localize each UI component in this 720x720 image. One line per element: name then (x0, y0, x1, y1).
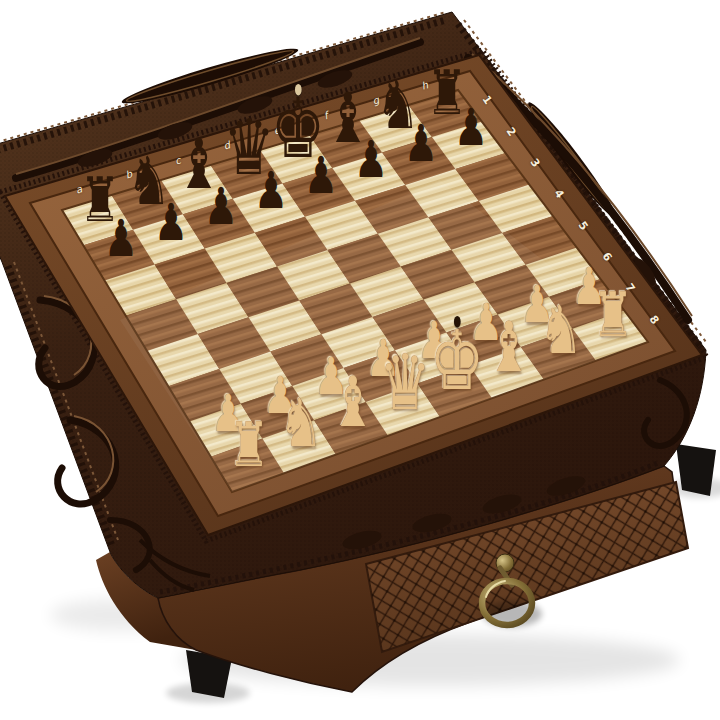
photo-canvas: abcdefgh12345678 ♜♞♝♛♚♝♞♜♟♟♟♟♟♟♟♟♟♟♟♟♟♟♟… (0, 0, 720, 720)
chess-box (0, 0, 720, 720)
foot-right (676, 444, 716, 496)
